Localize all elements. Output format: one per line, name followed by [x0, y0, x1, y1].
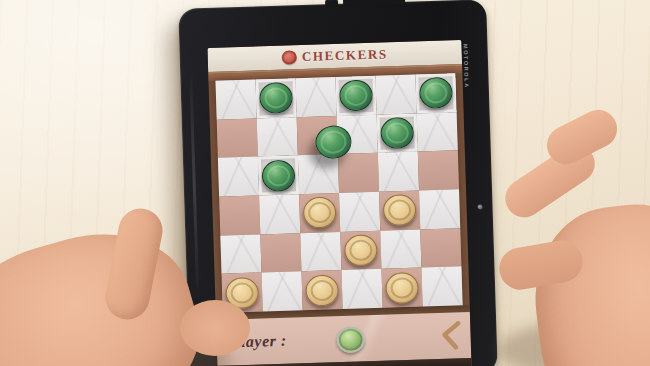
board-square[interactable] [421, 266, 462, 306]
board-square[interactable] [260, 233, 301, 273]
board-square[interactable] [258, 156, 299, 196]
board-square[interactable] [218, 157, 259, 197]
green-piece[interactable] [419, 77, 453, 109]
camera-icon [477, 204, 482, 209]
board-square[interactable] [335, 76, 376, 116]
board-square[interactable] [295, 77, 336, 117]
board-square[interactable] [259, 194, 300, 234]
cream-piece[interactable] [383, 194, 417, 226]
board-square[interactable] [299, 193, 340, 233]
cream-piece[interactable] [303, 197, 337, 229]
volume-button [325, 0, 338, 6]
board-square[interactable] [419, 189, 460, 229]
green-piece[interactable] [339, 80, 373, 112]
board-square[interactable] [298, 154, 339, 194]
board[interactable] [215, 73, 462, 312]
checkers-logo-icon [282, 50, 297, 64]
app-title: CHECKERS [302, 46, 388, 65]
board-square[interactable] [302, 270, 343, 310]
turn-indicator-piece [336, 326, 365, 353]
green-piece[interactable] [380, 117, 414, 149]
board-square[interactable] [380, 229, 421, 269]
board-square[interactable] [415, 73, 456, 113]
power-button [343, 0, 405, 6]
cream-piece[interactable] [344, 234, 378, 266]
board-square[interactable] [377, 113, 418, 153]
board-square[interactable] [215, 80, 256, 120]
left-knuckle [180, 300, 250, 356]
board-square[interactable] [262, 272, 303, 312]
board-square[interactable] [300, 232, 341, 272]
board-square[interactable] [338, 153, 379, 193]
board-square[interactable] [217, 118, 258, 158]
cream-piece[interactable] [385, 272, 419, 304]
photo-scene: MOTOROLA CHECKERS Player : [0, 0, 650, 366]
board-square[interactable] [341, 269, 382, 309]
board-square[interactable] [257, 117, 298, 157]
green-piece[interactable] [259, 82, 293, 114]
brand-label: MOTOROLA [462, 44, 469, 89]
board-square[interactable] [378, 152, 419, 192]
board-square[interactable] [418, 151, 459, 191]
board-square[interactable] [381, 268, 422, 308]
board-square[interactable] [339, 192, 380, 232]
board-square[interactable] [417, 112, 458, 152]
board-square[interactable] [375, 75, 416, 115]
board-square[interactable] [219, 195, 260, 235]
board-square[interactable] [255, 78, 296, 118]
player-bar: Player : [216, 312, 471, 366]
cream-piece[interactable] [305, 274, 339, 306]
board-square[interactable] [220, 234, 261, 274]
green-piece[interactable] [262, 160, 296, 192]
undo-arrow-icon[interactable] [438, 320, 465, 351]
board-square[interactable] [420, 228, 461, 268]
board-square[interactable] [340, 230, 381, 270]
bezel-glare [189, 79, 199, 289]
board-square[interactable] [379, 190, 420, 230]
